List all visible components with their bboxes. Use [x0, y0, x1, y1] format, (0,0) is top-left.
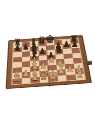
product-photo: ♜♝♛♚♜♟♟♟♟♟♟♞♟♞♝♟♝♟♞♟♞♟♟♟♟♟♟♜♝♛♚♜ [0, 0, 95, 126]
board-perspective-wrapper [4, 17, 89, 102]
square-a1[interactable] [12, 78, 21, 84]
square-b1[interactable] [21, 77, 30, 83]
chess-board[interactable] [6, 35, 92, 89]
clasp-latch-icon [86, 61, 92, 66]
board-frame [6, 35, 92, 89]
square-c1[interactable] [30, 77, 39, 83]
square-h1[interactable] [75, 74, 85, 80]
square-d1[interactable] [39, 76, 48, 82]
frame-inlay [11, 38, 86, 85]
